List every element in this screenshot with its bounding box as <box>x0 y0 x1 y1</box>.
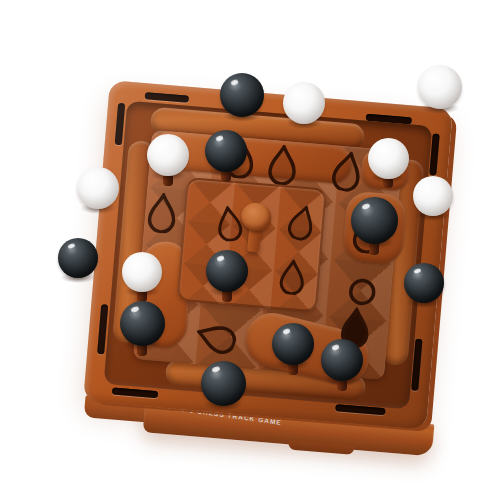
marble-sphere <box>205 130 247 172</box>
black-marble[interactable] <box>351 197 398 244</box>
marble-sphere <box>58 238 98 278</box>
black-marble[interactable] <box>404 263 444 303</box>
marble-sphere <box>147 134 189 176</box>
marble-sphere <box>418 65 462 109</box>
marble-sphere <box>122 252 162 292</box>
marble-sphere <box>206 250 248 292</box>
black-marble[interactable] <box>205 130 247 172</box>
marble-sphere <box>201 361 246 406</box>
marble-sphere <box>220 73 264 117</box>
board-game-product-photo: LOGIC CHESS TRACK GAME <box>0 0 500 500</box>
marble-sphere <box>413 176 453 216</box>
marble-sphere <box>120 301 165 346</box>
marble-sphere <box>283 82 325 124</box>
black-marble[interactable] <box>220 73 264 117</box>
white-marble[interactable] <box>413 176 453 216</box>
black-marble[interactable] <box>206 250 248 292</box>
white-marble[interactable] <box>368 138 409 179</box>
black-marble[interactable] <box>58 238 98 278</box>
white-marble[interactable] <box>147 134 189 176</box>
black-marble[interactable] <box>272 323 314 365</box>
marble-sphere <box>368 138 409 179</box>
marble-sphere <box>272 323 314 365</box>
marble-sphere <box>321 339 363 381</box>
black-marble[interactable] <box>120 301 165 346</box>
white-marble[interactable] <box>122 252 162 292</box>
white-marble[interactable] <box>283 82 325 124</box>
marble-sphere <box>77 167 119 209</box>
black-marble[interactable] <box>201 361 246 406</box>
white-marble[interactable] <box>77 167 119 209</box>
marble-sphere <box>351 197 398 244</box>
marble-layer <box>0 0 500 500</box>
marble-sphere <box>404 263 444 303</box>
white-marble[interactable] <box>418 65 462 109</box>
black-marble[interactable] <box>321 339 363 381</box>
